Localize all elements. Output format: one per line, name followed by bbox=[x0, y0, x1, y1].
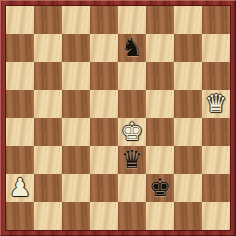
square-e4[interactable]: ♚ bbox=[118, 118, 146, 146]
square-g1[interactable] bbox=[174, 202, 202, 230]
white-pawn[interactable]: ♟ bbox=[9, 174, 31, 202]
square-d3[interactable] bbox=[90, 146, 118, 174]
square-f3[interactable] bbox=[146, 146, 174, 174]
square-a6[interactable] bbox=[6, 62, 34, 90]
square-b3[interactable] bbox=[34, 146, 62, 174]
square-a5[interactable] bbox=[6, 90, 34, 118]
white-king[interactable]: ♚ bbox=[121, 118, 143, 146]
square-g5[interactable] bbox=[174, 90, 202, 118]
square-c1[interactable] bbox=[62, 202, 90, 230]
black-king[interactable]: ♚ bbox=[149, 174, 171, 202]
square-e7[interactable]: ♞ bbox=[118, 34, 146, 62]
square-b1[interactable] bbox=[34, 202, 62, 230]
square-a7[interactable] bbox=[6, 34, 34, 62]
square-g7[interactable] bbox=[174, 34, 202, 62]
square-e8[interactable] bbox=[118, 6, 146, 34]
square-h1[interactable] bbox=[202, 202, 230, 230]
square-g6[interactable] bbox=[174, 62, 202, 90]
square-d6[interactable] bbox=[90, 62, 118, 90]
square-e1[interactable] bbox=[118, 202, 146, 230]
square-f7[interactable] bbox=[146, 34, 174, 62]
square-d7[interactable] bbox=[90, 34, 118, 62]
square-c5[interactable] bbox=[62, 90, 90, 118]
black-knight[interactable]: ♞ bbox=[121, 34, 143, 62]
square-h3[interactable] bbox=[202, 146, 230, 174]
square-a1[interactable] bbox=[6, 202, 34, 230]
square-h7[interactable] bbox=[202, 34, 230, 62]
square-b2[interactable] bbox=[34, 174, 62, 202]
square-b4[interactable] bbox=[34, 118, 62, 146]
square-g2[interactable] bbox=[174, 174, 202, 202]
square-d5[interactable] bbox=[90, 90, 118, 118]
square-f5[interactable] bbox=[146, 90, 174, 118]
square-c6[interactable] bbox=[62, 62, 90, 90]
square-f4[interactable] bbox=[146, 118, 174, 146]
square-e6[interactable] bbox=[118, 62, 146, 90]
square-g8[interactable] bbox=[174, 6, 202, 34]
square-a2[interactable]: ♟ bbox=[6, 174, 34, 202]
white-queen[interactable]: ♛ bbox=[205, 90, 227, 118]
black-queen[interactable]: ♛ bbox=[121, 146, 143, 174]
square-h4[interactable] bbox=[202, 118, 230, 146]
board-frame: ♞♛♚♛♟♚ bbox=[0, 0, 236, 236]
square-g3[interactable] bbox=[174, 146, 202, 174]
square-e2[interactable] bbox=[118, 174, 146, 202]
square-d1[interactable] bbox=[90, 202, 118, 230]
square-d8[interactable] bbox=[90, 6, 118, 34]
square-a8[interactable] bbox=[6, 6, 34, 34]
square-a4[interactable] bbox=[6, 118, 34, 146]
square-e3[interactable]: ♛ bbox=[118, 146, 146, 174]
square-f8[interactable] bbox=[146, 6, 174, 34]
square-e5[interactable] bbox=[118, 90, 146, 118]
square-h5[interactable]: ♛ bbox=[202, 90, 230, 118]
square-c7[interactable] bbox=[62, 34, 90, 62]
square-h6[interactable] bbox=[202, 62, 230, 90]
square-h8[interactable] bbox=[202, 6, 230, 34]
square-f6[interactable] bbox=[146, 62, 174, 90]
square-c3[interactable] bbox=[62, 146, 90, 174]
square-a3[interactable] bbox=[6, 146, 34, 174]
square-b7[interactable] bbox=[34, 34, 62, 62]
square-g4[interactable] bbox=[174, 118, 202, 146]
square-b8[interactable] bbox=[34, 6, 62, 34]
square-c2[interactable] bbox=[62, 174, 90, 202]
square-d4[interactable] bbox=[90, 118, 118, 146]
square-b6[interactable] bbox=[34, 62, 62, 90]
chess-board: ♞♛♚♛♟♚ bbox=[6, 6, 230, 230]
square-b5[interactable] bbox=[34, 90, 62, 118]
square-f2[interactable]: ♚ bbox=[146, 174, 174, 202]
square-d2[interactable] bbox=[90, 174, 118, 202]
square-c8[interactable] bbox=[62, 6, 90, 34]
square-h2[interactable] bbox=[202, 174, 230, 202]
square-f1[interactable] bbox=[146, 202, 174, 230]
square-c4[interactable] bbox=[62, 118, 90, 146]
